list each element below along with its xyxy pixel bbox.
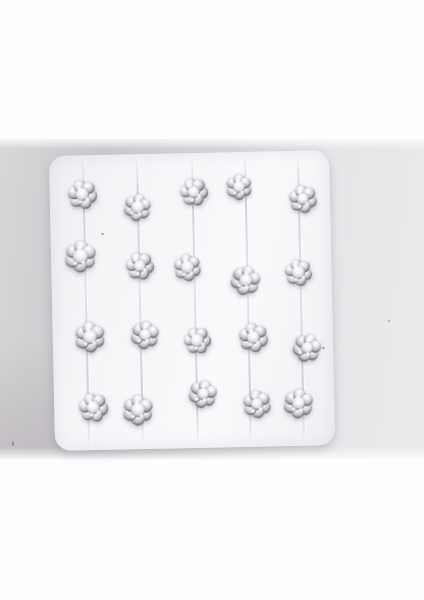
sparkle-highlight bbox=[90, 414, 92, 416]
sparkle-highlight bbox=[294, 278, 296, 280]
sparkle-highlight bbox=[78, 200, 80, 202]
sparkle-highlight bbox=[256, 341, 259, 344]
sparkle-highlight bbox=[184, 259, 187, 262]
sparkle-highlight bbox=[245, 285, 248, 288]
sparkle-highlight bbox=[78, 246, 81, 249]
sparkle-highlight bbox=[249, 329, 252, 332]
crystal-stud bbox=[76, 390, 109, 423]
sparkle-highlight bbox=[86, 197, 88, 199]
dust-speck bbox=[322, 347, 325, 349]
crystal-stud bbox=[183, 326, 211, 354]
product-photo bbox=[0, 0, 424, 600]
sparkle-highlight bbox=[88, 399, 90, 401]
dust-speck bbox=[388, 320, 390, 322]
sparkle-highlight bbox=[136, 199, 139, 202]
sparkle-highlight bbox=[249, 343, 252, 346]
sparkle-highlight bbox=[77, 186, 79, 188]
dust-speck bbox=[12, 441, 14, 446]
sparkle-highlight bbox=[182, 272, 185, 275]
crystal-stud bbox=[282, 256, 315, 289]
sparkle-highlight bbox=[299, 408, 302, 411]
sparkle-highlight bbox=[201, 342, 203, 344]
sparkle-highlight bbox=[190, 271, 193, 274]
crystal-stud bbox=[65, 177, 99, 211]
sparkle-highlight bbox=[195, 346, 197, 348]
sparkle-highlight bbox=[130, 211, 133, 214]
sparkle-highlight bbox=[97, 410, 99, 412]
surface-top-fade bbox=[0, 137, 424, 149]
sparkle-highlight bbox=[294, 264, 296, 266]
crystal-stud bbox=[179, 177, 209, 207]
crystal-stud bbox=[124, 250, 156, 282]
dust-speck bbox=[101, 233, 104, 235]
sparkle-highlight bbox=[192, 333, 194, 335]
sparkle-highlight bbox=[301, 275, 303, 277]
